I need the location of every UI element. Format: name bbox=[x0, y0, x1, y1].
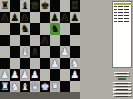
square-f8[interactable] bbox=[50, 0, 60, 12]
black-move-text bbox=[124, 15, 129, 16]
square-f6[interactable]: ♞ bbox=[50, 23, 60, 35]
white-rook-icon: ♜ bbox=[50, 81, 60, 93]
square-a8[interactable]: ♜ bbox=[0, 0, 10, 12]
white-king-icon: ♚ bbox=[40, 81, 50, 93]
move-list-row[interactable] bbox=[114, 18, 132, 20]
square-h5[interactable] bbox=[70, 35, 80, 47]
square-g2[interactable] bbox=[60, 69, 70, 81]
black-pawn-icon: ♟ bbox=[40, 35, 50, 47]
square-d8[interactable]: ♛ bbox=[30, 0, 40, 12]
white-pawn-icon: ♟ bbox=[30, 69, 40, 81]
square-f4[interactable] bbox=[50, 46, 60, 58]
square-a5[interactable] bbox=[0, 35, 10, 47]
white-knight-icon: ♞ bbox=[10, 81, 20, 93]
white-move-text bbox=[118, 21, 123, 22]
square-c6[interactable]: ♞ bbox=[20, 23, 30, 35]
black-king-icon: ♚ bbox=[40, 0, 50, 12]
sidebar-button-5[interactable] bbox=[113, 85, 132, 88]
square-e5[interactable]: ♟ bbox=[40, 35, 50, 47]
move-number bbox=[114, 9, 117, 10]
square-a6[interactable] bbox=[0, 23, 10, 35]
square-b8[interactable] bbox=[10, 0, 20, 12]
move-list-row[interactable] bbox=[114, 12, 132, 14]
move-number bbox=[114, 18, 117, 19]
square-f3[interactable]: ♟ bbox=[50, 58, 60, 70]
square-g7[interactable]: ♟ bbox=[60, 12, 70, 24]
move-number bbox=[114, 12, 117, 13]
square-g3[interactable] bbox=[60, 58, 70, 70]
move-list-panel[interactable] bbox=[112, 1, 132, 68]
black-pawn-icon: ♟ bbox=[0, 12, 10, 24]
black-rook-icon: ♜ bbox=[0, 0, 10, 12]
button-label bbox=[117, 76, 127, 77]
white-move-text bbox=[118, 9, 123, 10]
white-queen-icon: ♛ bbox=[30, 81, 40, 93]
white-rook-icon: ♜ bbox=[0, 81, 10, 93]
black-pawn-icon: ♟ bbox=[60, 12, 70, 24]
white-move-text bbox=[118, 15, 123, 16]
black-queen-icon: ♛ bbox=[30, 0, 40, 12]
black-move-text bbox=[124, 6, 129, 7]
square-e1[interactable]: ♚ bbox=[40, 81, 50, 93]
black-bishop-icon: ♝ bbox=[20, 0, 30, 12]
move-number bbox=[114, 15, 117, 16]
square-c5[interactable] bbox=[20, 35, 30, 47]
black-knight-icon: ♞ bbox=[20, 23, 30, 35]
black-pawn-icon: ♟ bbox=[50, 12, 60, 24]
square-c8[interactable]: ♝ bbox=[20, 0, 30, 12]
square-b3[interactable] bbox=[10, 58, 20, 70]
move-number bbox=[114, 6, 117, 7]
square-d2[interactable]: ♟ bbox=[30, 69, 40, 81]
square-c1[interactable]: ♝ bbox=[20, 81, 30, 93]
black-bishop-icon: ♝ bbox=[30, 46, 40, 58]
black-pawn-icon: ♟ bbox=[10, 12, 20, 24]
square-b1[interactable]: ♞ bbox=[10, 81, 20, 93]
black-pawn-icon: ♟ bbox=[20, 12, 30, 24]
square-a2[interactable]: ♟ bbox=[0, 69, 10, 81]
square-d3[interactable] bbox=[30, 58, 40, 70]
square-h4[interactable] bbox=[70, 46, 80, 58]
black-knight-icon: ♞ bbox=[50, 23, 60, 35]
square-a4[interactable] bbox=[0, 46, 10, 58]
black-pawn-icon: ♟ bbox=[70, 12, 80, 24]
white-move-text bbox=[118, 12, 123, 13]
board-bottom-strip bbox=[0, 92, 80, 99]
button-label bbox=[116, 83, 128, 84]
sidebar-button-6[interactable] bbox=[113, 88, 132, 91]
black-rook-icon: ♜ bbox=[70, 0, 80, 12]
square-a1[interactable]: ♜ bbox=[0, 81, 10, 93]
square-f1[interactable]: ♜ bbox=[50, 81, 60, 93]
square-c7[interactable]: ♟ bbox=[20, 12, 30, 24]
white-pawn-icon: ♟ bbox=[20, 69, 30, 81]
white-pawn-icon: ♟ bbox=[10, 69, 20, 81]
square-h3[interactable]: ♞ bbox=[70, 58, 80, 70]
square-e4[interactable] bbox=[40, 46, 50, 58]
white-pawn-icon: ♟ bbox=[0, 69, 10, 81]
sidebar-button-8[interactable] bbox=[113, 95, 132, 98]
white-move-text bbox=[118, 6, 123, 7]
square-e3[interactable] bbox=[40, 58, 50, 70]
square-d1[interactable]: ♛ bbox=[30, 81, 40, 93]
button-label bbox=[116, 93, 128, 94]
black-move-text bbox=[124, 18, 129, 19]
white-bishop-icon: ♝ bbox=[20, 81, 30, 93]
square-a3[interactable] bbox=[0, 58, 10, 70]
white-knight-icon: ♞ bbox=[70, 58, 80, 70]
button-label bbox=[117, 73, 127, 74]
square-e2[interactable] bbox=[40, 69, 50, 81]
square-b4[interactable] bbox=[10, 46, 20, 58]
square-g6[interactable] bbox=[60, 23, 70, 35]
sidebar-button-1[interactable] bbox=[114, 72, 130, 75]
button-label bbox=[116, 96, 128, 97]
white-bishop-icon: ♝ bbox=[20, 46, 30, 58]
black-move-text bbox=[124, 9, 129, 10]
square-b2[interactable]: ♟ bbox=[10, 69, 20, 81]
square-a7[interactable]: ♟ bbox=[0, 12, 10, 24]
square-e8[interactable]: ♚ bbox=[40, 0, 50, 12]
black-move-text bbox=[124, 21, 129, 22]
square-f7[interactable]: ♟ bbox=[50, 12, 60, 24]
move-list-row[interactable] bbox=[114, 9, 132, 11]
square-b5[interactable] bbox=[10, 35, 20, 47]
square-d5[interactable] bbox=[30, 35, 40, 47]
square-h7[interactable]: ♟ bbox=[70, 12, 80, 24]
square-h6[interactable] bbox=[70, 23, 80, 35]
square-e7[interactable] bbox=[40, 12, 50, 24]
sidebar-button-2[interactable] bbox=[114, 75, 130, 78]
status-badge bbox=[118, 78, 126, 80]
white-pawn-icon: ♟ bbox=[50, 58, 60, 70]
white-pawn-icon: ♟ bbox=[70, 69, 80, 81]
square-b7[interactable]: ♟ bbox=[10, 12, 20, 24]
square-g5[interactable] bbox=[60, 35, 70, 47]
square-f5[interactable] bbox=[50, 35, 60, 47]
button-label bbox=[116, 86, 128, 87]
move-number bbox=[114, 21, 117, 22]
square-e6[interactable] bbox=[40, 23, 50, 35]
move-list-row[interactable] bbox=[114, 21, 132, 23]
white-pawn-icon: ♟ bbox=[60, 46, 70, 58]
square-c4[interactable]: ♝ bbox=[20, 46, 30, 58]
square-g4[interactable]: ♟ bbox=[60, 46, 70, 58]
square-d7[interactable] bbox=[30, 12, 40, 24]
square-f2[interactable] bbox=[50, 69, 60, 81]
black-move-text bbox=[124, 12, 129, 13]
move-list-row[interactable] bbox=[114, 6, 132, 8]
square-h1[interactable] bbox=[70, 81, 80, 93]
square-g1[interactable] bbox=[60, 81, 70, 93]
button-label bbox=[116, 89, 128, 90]
move-list-row[interactable] bbox=[114, 15, 132, 17]
square-h8[interactable]: ♜ bbox=[70, 0, 80, 12]
square-c3[interactable] bbox=[20, 58, 30, 70]
square-c2[interactable]: ♟ bbox=[20, 69, 30, 81]
square-g8[interactable] bbox=[60, 0, 70, 12]
sidebar-button-4[interactable] bbox=[113, 82, 132, 85]
square-d4[interactable]: ♝ bbox=[30, 46, 40, 58]
move-list-header bbox=[114, 3, 132, 5]
square-h2[interactable]: ♟ bbox=[70, 69, 80, 81]
square-d6[interactable] bbox=[30, 23, 40, 35]
chess-board: ♜♝♛♚♜♟♟♟♟♟♟♞♞♟♝♝♟♟♞♟♟♟♟♟♜♞♝♛♚♜ bbox=[0, 0, 80, 92]
square-b6[interactable] bbox=[10, 23, 20, 35]
white-move-text bbox=[118, 18, 123, 19]
sidebar-button-7[interactable] bbox=[113, 91, 132, 94]
chess-app-window: ♜♝♛♚♜♟♟♟♟♟♟♞♞♟♝♝♟♟♞♟♟♟♟♟♜♞♝♛♚♜ bbox=[0, 0, 133, 99]
